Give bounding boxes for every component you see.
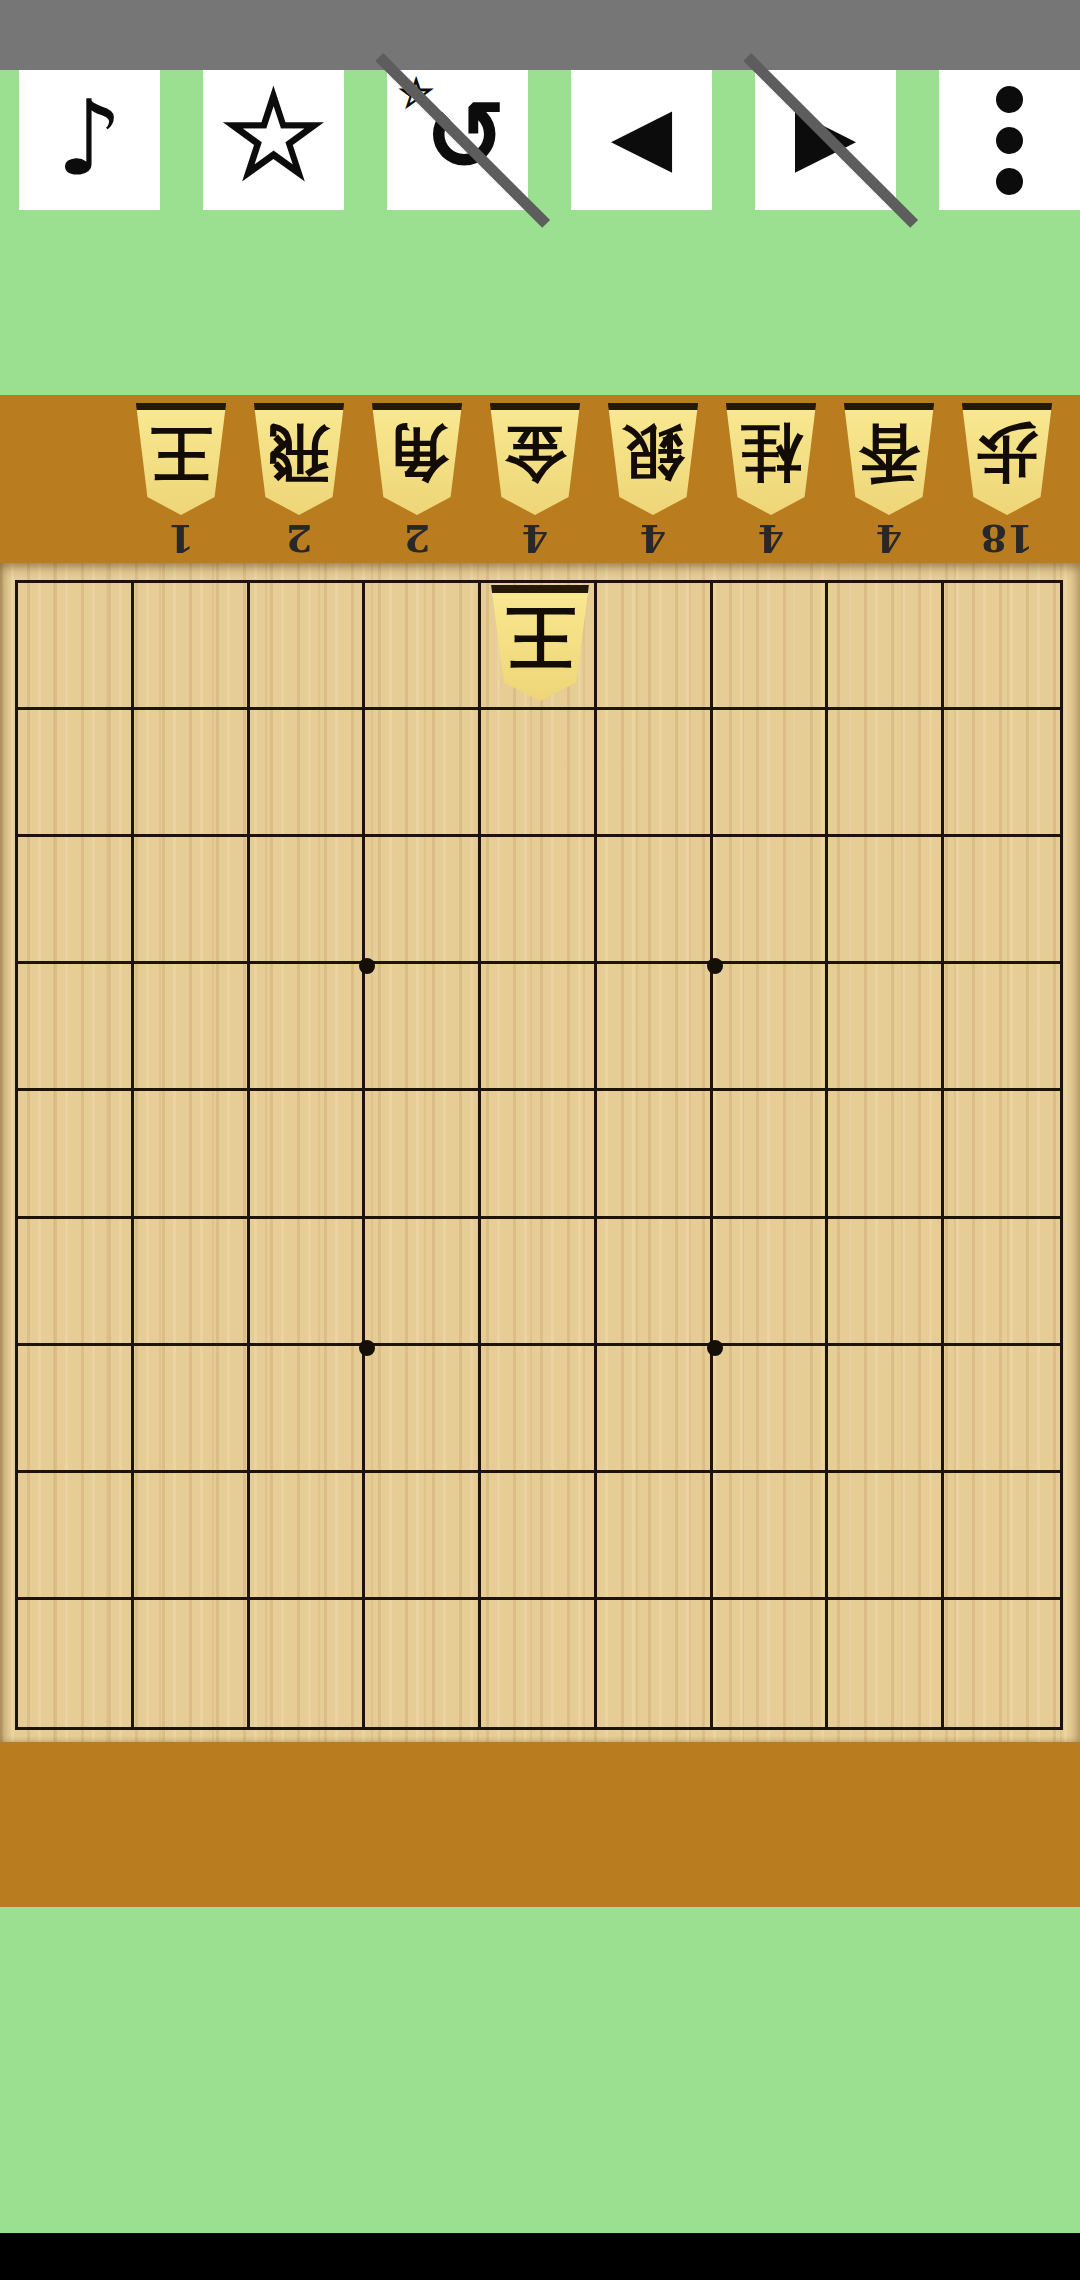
- board-cell[interactable]: [18, 1346, 134, 1473]
- hand-count: 4: [841, 519, 937, 557]
- board-cell[interactable]: [597, 1346, 713, 1473]
- board-cell[interactable]: [18, 710, 134, 837]
- board-cell[interactable]: [597, 964, 713, 1091]
- board-cell[interactable]: [481, 1473, 597, 1600]
- board-cell[interactable]: [18, 1600, 134, 1727]
- board-cell[interactable]: [944, 1219, 1060, 1346]
- triangle-left-icon: ◀: [611, 96, 673, 176]
- star-point: [359, 958, 375, 974]
- board-cell[interactable]: [134, 837, 250, 964]
- board-cell[interactable]: [18, 1473, 134, 1600]
- music-note-icon: ♪: [56, 86, 122, 190]
- hand-piece-lance[interactable]: 香 4: [841, 403, 937, 555]
- app-screen: ♪ ★ ★ ↺ ★ ★ ◀ ▶: [0, 0, 1080, 2280]
- board-cell[interactable]: [713, 1091, 829, 1218]
- hand-piece-gold[interactable]: 金 4: [487, 403, 583, 555]
- board-cell[interactable]: [134, 964, 250, 1091]
- board-cell[interactable]: [365, 1219, 481, 1346]
- board-cell[interactable]: [250, 1219, 366, 1346]
- board-cell[interactable]: [481, 837, 597, 964]
- board-cell[interactable]: [18, 964, 134, 1091]
- menu-button[interactable]: [939, 70, 1080, 210]
- gote-hand-tray: 王 1 飛 2 角 2 金 4 銀 4 桂 4 香 4 歩 18: [0, 395, 1080, 563]
- board-cell[interactable]: [18, 583, 134, 710]
- board-cell[interactable]: [597, 710, 713, 837]
- board-cell[interactable]: [944, 964, 1060, 1091]
- hand-piece-king[interactable]: 王 1: [133, 403, 229, 555]
- board-cell[interactable]: [713, 1473, 829, 1600]
- board-cell[interactable]: [481, 1219, 597, 1346]
- board-cell[interactable]: [481, 710, 597, 837]
- board-cell[interactable]: [365, 1091, 481, 1218]
- board-cell[interactable]: [944, 1346, 1060, 1473]
- board-cell[interactable]: [828, 710, 944, 837]
- board-cell[interactable]: [481, 1600, 597, 1727]
- hand-count: 2: [369, 519, 465, 557]
- board-cell[interactable]: [134, 1219, 250, 1346]
- rotate-reset-button[interactable]: ↺ ★ ★: [387, 70, 528, 210]
- hand-piece-bishop[interactable]: 角 2: [369, 403, 465, 555]
- board-cell[interactable]: [250, 1600, 366, 1727]
- star-point: [359, 1340, 375, 1356]
- star-icon: ★ ★: [203, 70, 344, 210]
- sente-hand-tray-empty: [0, 1742, 1080, 1907]
- board-cell[interactable]: [597, 837, 713, 964]
- hand-piece-silver[interactable]: 銀 4: [605, 403, 701, 555]
- board-cell[interactable]: [944, 1600, 1060, 1727]
- hand-count: 1: [133, 519, 229, 557]
- three-dots-icon: [996, 86, 1023, 195]
- hand-count: 2: [251, 519, 347, 557]
- board-cell[interactable]: [597, 1091, 713, 1218]
- board-cell[interactable]: [365, 710, 481, 837]
- board-cell[interactable]: [134, 583, 250, 710]
- board-cell[interactable]: [365, 1600, 481, 1727]
- hand-piece-knight[interactable]: 桂 4: [723, 403, 819, 555]
- board-cell[interactable]: [713, 837, 829, 964]
- hand-count: 18: [959, 519, 1055, 557]
- toolbar: ♪ ★ ★ ↺ ★ ★ ◀ ▶: [0, 70, 1080, 210]
- board-cell[interactable]: [828, 964, 944, 1091]
- board-cell[interactable]: [365, 964, 481, 1091]
- board-grid: 王: [15, 580, 1063, 1730]
- board-cell[interactable]: [713, 583, 829, 710]
- board-cell[interactable]: [713, 1219, 829, 1346]
- board-cell[interactable]: [250, 710, 366, 837]
- board-cell[interactable]: [713, 710, 829, 837]
- board-cell[interactable]: [944, 583, 1060, 710]
- board-cell[interactable]: [134, 1091, 250, 1218]
- board-cell[interactable]: [134, 710, 250, 837]
- sound-button[interactable]: ♪: [19, 70, 160, 210]
- board-cell[interactable]: [18, 1219, 134, 1346]
- board-cell[interactable]: [944, 837, 1060, 964]
- board-cell[interactable]: [365, 1473, 481, 1600]
- hand-count: 4: [723, 519, 819, 557]
- shogi-board: 王: [0, 563, 1080, 1742]
- board-cell[interactable]: [713, 964, 829, 1091]
- board-cell[interactable]: [828, 1346, 944, 1473]
- hand-count: 4: [605, 519, 701, 557]
- star-point: [707, 1340, 723, 1356]
- board-cell[interactable]: [944, 710, 1060, 837]
- favorite-button[interactable]: ★ ★: [203, 70, 344, 210]
- navigation-bar: [0, 2233, 1080, 2280]
- board-cell[interactable]: [828, 1473, 944, 1600]
- board-cell[interactable]: [828, 1219, 944, 1346]
- board-cell[interactable]: [713, 1600, 829, 1727]
- board-cell[interactable]: [18, 837, 134, 964]
- board-cell[interactable]: [250, 964, 366, 1091]
- forward-button[interactable]: ▶: [755, 70, 896, 210]
- board-cell[interactable]: [365, 1346, 481, 1473]
- hand-count: 4: [487, 519, 583, 557]
- board-cell[interactable]: [250, 1091, 366, 1218]
- hand-piece-pawn[interactable]: 歩 18: [959, 403, 1055, 555]
- hand-piece-rook[interactable]: 飛 2: [251, 403, 347, 555]
- board-cell[interactable]: [250, 1346, 366, 1473]
- board-cell[interactable]: [481, 964, 597, 1091]
- board-cell[interactable]: [828, 1600, 944, 1727]
- board-cell[interactable]: [365, 583, 481, 710]
- board-cell[interactable]: [597, 1473, 713, 1600]
- board-cell[interactable]: [597, 1600, 713, 1727]
- board-cell[interactable]: [944, 1473, 1060, 1600]
- board-cell[interactable]: [713, 1346, 829, 1473]
- back-button[interactable]: ◀: [571, 70, 712, 210]
- board-cell[interactable]: [250, 1473, 366, 1600]
- disabled-slash-icon: [743, 53, 918, 228]
- board-cell[interactable]: [944, 1091, 1060, 1218]
- board-cell[interactable]: [18, 1091, 134, 1218]
- board-cell[interactable]: [828, 583, 944, 710]
- board-cell[interactable]: [481, 1091, 597, 1218]
- board-cell[interactable]: [365, 837, 481, 964]
- board-cell[interactable]: [250, 583, 366, 710]
- board-cell[interactable]: [597, 1219, 713, 1346]
- board-cell[interactable]: [134, 1346, 250, 1473]
- board-cell[interactable]: [828, 1091, 944, 1218]
- board-cell[interactable]: [828, 837, 944, 964]
- board-cell[interactable]: [250, 837, 366, 964]
- status-bar: [0, 0, 1080, 70]
- board-cell[interactable]: [597, 583, 713, 710]
- board-cell[interactable]: [134, 1473, 250, 1600]
- star-point: [707, 958, 723, 974]
- board-cell[interactable]: [134, 1600, 250, 1727]
- board-cell[interactable]: [481, 1346, 597, 1473]
